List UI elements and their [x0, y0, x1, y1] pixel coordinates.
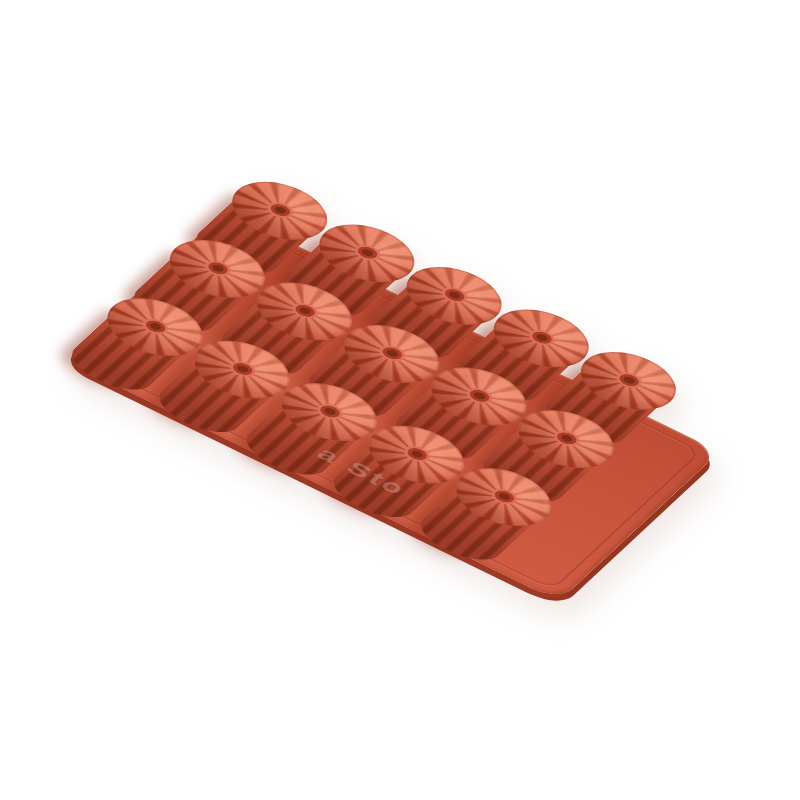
mold-cavities-grid — [64, 210, 719, 601]
photo-stage: a Sto — [0, 0, 800, 800]
silicone-mold-tray: a Sto — [64, 210, 719, 601]
product-tray-wrapper: a Sto — [0, 0, 800, 800]
